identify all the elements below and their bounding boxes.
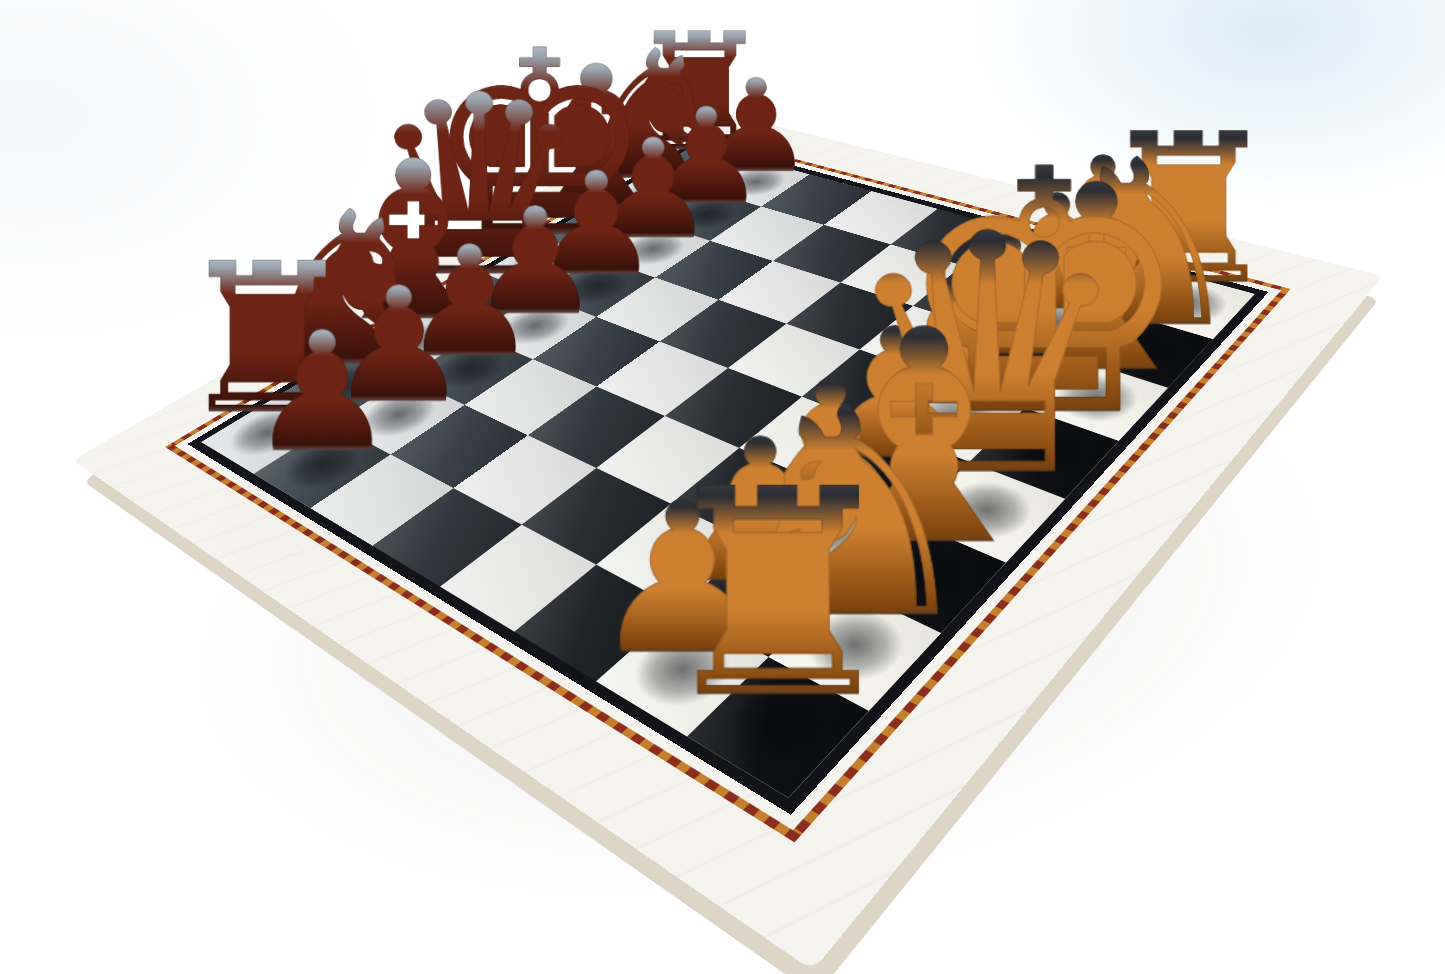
black-pawn[interactable]: ♟ xyxy=(249,310,396,474)
product-photo: ♜♞♝♛♚♝♞♜♟♟♟♟♟♟♟♟♟♟♟♟♟♟♟♟♜♞♝♛♚♝♞♜ xyxy=(0,0,1445,974)
square-a7[interactable]: ♟ xyxy=(254,424,391,509)
white-rook[interactable]: ♜ xyxy=(651,453,906,737)
